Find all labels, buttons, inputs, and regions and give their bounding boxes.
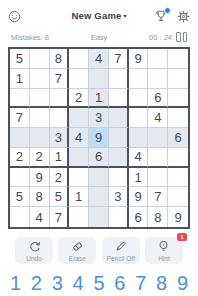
cell-r1c6[interactable]: 7 — [109, 49, 129, 69]
settings-button[interactable] — [177, 10, 190, 23]
lightbulb-icon — [157, 240, 170, 253]
cell-r9c6[interactable] — [109, 207, 129, 227]
cell-r6c7[interactable]: 4 — [129, 148, 149, 168]
cell-r8c3[interactable]: 5 — [50, 187, 70, 207]
cell-r4c9[interactable] — [168, 108, 188, 128]
cell-r1c2[interactable] — [30, 49, 50, 69]
cell-r7c4[interactable] — [69, 168, 89, 188]
pencil-button[interactable]: Pencil Off — [102, 237, 140, 264]
cell-r3c1[interactable] — [10, 89, 30, 109]
sudoku-board: 5847917216734349622164921585139747689 — [8, 47, 190, 229]
cell-r9c1[interactable] — [10, 207, 30, 227]
header-right — [154, 9, 190, 23]
cell-r8c1[interactable]: 5 — [10, 187, 30, 207]
cell-r8c9[interactable] — [168, 187, 188, 207]
hint-label: Hint — [158, 255, 170, 262]
cell-r1c8[interactable] — [148, 49, 168, 69]
cell-r3c6[interactable] — [109, 89, 129, 109]
cell-r6c5[interactable]: 6 — [89, 148, 109, 168]
cell-r8c4[interactable]: 1 — [69, 187, 89, 207]
cell-r3c3[interactable] — [50, 89, 70, 109]
cell-r5c1[interactable] — [10, 128, 30, 148]
cell-r5c7[interactable] — [129, 128, 149, 148]
cell-r9c5[interactable] — [89, 207, 109, 227]
cell-r1c3[interactable]: 8 — [50, 49, 70, 69]
page-title: New Game — [71, 10, 121, 21]
cell-r4c4[interactable] — [69, 108, 89, 128]
numpad-6[interactable]: 6 — [114, 271, 125, 295]
cell-r2c5[interactable] — [89, 69, 109, 89]
cell-r2c7[interactable] — [129, 69, 149, 89]
cell-r5c4[interactable]: 4 — [69, 128, 89, 148]
cell-r9c2[interactable]: 4 — [30, 207, 50, 227]
undo-label: Undo — [26, 255, 42, 262]
hint-badge: 1 — [177, 233, 187, 241]
cell-r3c5[interactable]: 1 — [89, 89, 109, 109]
numpad-9[interactable]: 9 — [177, 271, 188, 295]
cell-r6c8[interactable] — [148, 148, 168, 168]
cell-r9c4[interactable] — [69, 207, 89, 227]
cell-r2c8[interactable] — [148, 69, 168, 89]
trophy-button[interactable] — [154, 9, 168, 23]
cell-r5c9[interactable]: 6 — [168, 128, 188, 148]
cell-r1c4[interactable] — [69, 49, 89, 69]
cell-r5c5[interactable]: 9 — [89, 128, 109, 148]
numpad-8[interactable]: 8 — [156, 271, 167, 295]
pencil-icon — [114, 240, 127, 253]
cell-r2c2[interactable] — [30, 69, 50, 89]
erase-button[interactable]: Erase — [58, 237, 96, 264]
cell-r4c8[interactable]: 4 — [148, 108, 168, 128]
cell-r2c4[interactable] — [69, 69, 89, 89]
cell-r8c2[interactable]: 8 — [30, 187, 50, 207]
cell-r7c8[interactable] — [148, 168, 168, 188]
cell-r9c7[interactable]: 6 — [129, 207, 149, 227]
cell-r8c7[interactable]: 9 — [129, 187, 149, 207]
cell-r1c9[interactable] — [168, 49, 188, 69]
cell-r9c8[interactable]: 8 — [148, 207, 168, 227]
cell-r3c8[interactable]: 6 — [148, 89, 168, 109]
cell-r7c5[interactable] — [89, 168, 109, 188]
pencil-label: Pencil Off — [107, 255, 135, 262]
cell-r4c7[interactable] — [129, 108, 149, 128]
numpad-7[interactable]: 7 — [135, 271, 146, 295]
cell-r1c5[interactable]: 4 — [89, 49, 109, 69]
cell-r7c2[interactable]: 9 — [30, 168, 50, 188]
gear-icon — [177, 10, 190, 23]
cell-r7c6[interactable] — [109, 168, 129, 188]
difficulty-label: Easy — [0, 33, 198, 42]
cell-r3c7[interactable] — [129, 89, 149, 109]
header: New Game▾ — [0, 0, 198, 27]
cell-r2c6[interactable] — [109, 69, 129, 89]
cell-r5c3[interactable]: 3 — [50, 128, 70, 148]
cell-r5c6[interactable] — [109, 128, 129, 148]
cell-r3c4[interactable]: 2 — [69, 89, 89, 109]
cell-r4c3[interactable] — [50, 108, 70, 128]
cell-r1c7[interactable]: 9 — [129, 49, 149, 69]
cell-r4c5[interactable]: 3 — [89, 108, 109, 128]
cell-r7c1[interactable] — [10, 168, 30, 188]
cell-r6c4[interactable] — [69, 148, 89, 168]
chevron-down-icon: ▾ — [124, 13, 127, 19]
cell-r5c2[interactable] — [30, 128, 50, 148]
undo-button[interactable]: Undo — [15, 237, 53, 264]
trophy-notification-dot — [164, 7, 171, 14]
cell-r3c9[interactable] — [168, 89, 188, 109]
cell-r8c6[interactable]: 3 — [109, 187, 129, 207]
cell-r1c1[interactable]: 5 — [10, 49, 30, 69]
undo-icon — [28, 240, 41, 253]
cell-r4c2[interactable] — [30, 108, 50, 128]
cell-r3c2[interactable] — [30, 89, 50, 109]
cell-r6c9[interactable] — [168, 148, 188, 168]
cell-r4c6[interactable] — [109, 108, 129, 128]
status-bar: Mistakes: 8 Easy 00 : 24 — [0, 31, 198, 43]
toolbar: Undo Erase — [0, 237, 198, 264]
numpad-3[interactable]: 3 — [52, 271, 63, 295]
cell-r9c9[interactable]: 9 — [168, 207, 188, 227]
eraser-icon — [71, 240, 84, 253]
cell-r7c9[interactable] — [168, 168, 188, 188]
cell-r6c6[interactable] — [109, 148, 129, 168]
cell-r7c7[interactable]: 1 — [129, 168, 149, 188]
cell-r8c5[interactable] — [89, 187, 109, 207]
cell-r2c9[interactable] — [168, 69, 188, 89]
hint-button[interactable]: Hint 1 — [145, 237, 183, 264]
cell-r4c1[interactable]: 7 — [10, 108, 30, 128]
cell-r7c3[interactable]: 2 — [50, 168, 70, 188]
numpad-2[interactable]: 2 — [31, 271, 42, 295]
cell-r6c1[interactable]: 2 — [10, 148, 30, 168]
erase-label: Erase — [69, 255, 86, 262]
cell-r6c3[interactable]: 1 — [50, 148, 70, 168]
cell-r8c8[interactable]: 7 — [148, 187, 168, 207]
cell-r6c2[interactable]: 2 — [30, 148, 50, 168]
cell-r2c3[interactable]: 7 — [50, 69, 70, 89]
numpad-4[interactable]: 4 — [73, 271, 84, 295]
cell-r2c1[interactable]: 1 — [10, 69, 30, 89]
cell-r9c3[interactable]: 7 — [50, 207, 70, 227]
number-pad: 123456789 — [0, 271, 198, 295]
sudoku-app: New Game▾ — [0, 0, 198, 296]
numpad-1[interactable]: 1 — [10, 271, 21, 295]
cell-r5c8[interactable] — [148, 128, 168, 148]
numpad-5[interactable]: 5 — [93, 271, 104, 295]
